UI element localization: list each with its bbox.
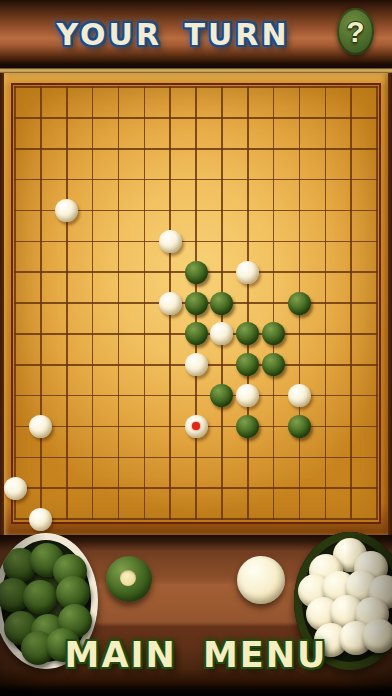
grid-line-vertical <box>273 86 275 520</box>
main-menu-button[interactable]: MAIN MENU <box>0 635 392 675</box>
green-turn-indicator-stone <box>106 556 152 602</box>
white-stone <box>159 230 182 253</box>
white-stone <box>55 199 78 222</box>
turn-status-text: YOUR TURN <box>0 17 346 52</box>
white-stone <box>4 477 27 500</box>
green-stone <box>288 292 311 315</box>
grid-line-vertical <box>247 86 249 520</box>
white-stone <box>185 353 208 376</box>
white-stone <box>288 384 311 407</box>
green-stone <box>185 292 208 315</box>
grid-line-vertical <box>350 86 352 520</box>
green-stone <box>210 292 233 315</box>
green-stone <box>236 415 259 438</box>
green-stone <box>185 322 208 345</box>
grid-line-horizontal <box>14 395 378 397</box>
white-stone <box>29 508 52 531</box>
white-stone <box>236 261 259 284</box>
green-bowl-stone <box>23 580 57 614</box>
white-stone <box>185 415 208 438</box>
grid-line-vertical <box>325 86 327 520</box>
green-stone <box>185 261 208 284</box>
last-move-marker <box>192 422 200 430</box>
app-screen: YOUR TURN ? MAIN MENU <box>0 0 392 696</box>
status-bar: YOUR TURN ? <box>0 0 392 73</box>
question-mark-icon: ? <box>337 8 374 55</box>
white-stone <box>159 292 182 315</box>
grid-line-horizontal <box>14 487 378 489</box>
green-stone <box>288 415 311 438</box>
stone-tray: MAIN MENU <box>0 535 392 696</box>
gomoku-board[interactable] <box>0 73 392 535</box>
grid-line-vertical <box>376 86 378 520</box>
grid-line-horizontal <box>14 457 378 459</box>
help-button[interactable]: ? <box>337 8 374 55</box>
grid-line-horizontal <box>14 518 378 520</box>
turn-indicator-dot <box>120 570 136 586</box>
white-indicator-stone <box>237 556 285 604</box>
